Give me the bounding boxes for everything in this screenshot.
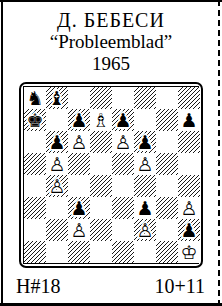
square-f8 bbox=[134, 87, 156, 109]
white-pawn-h3: ♙ bbox=[180, 197, 197, 219]
square-d6 bbox=[90, 131, 112, 153]
square-c7: ♟ bbox=[68, 109, 90, 131]
material-count-label: 10+11 bbox=[154, 275, 205, 298]
square-a3 bbox=[24, 197, 46, 219]
square-c3: ♟ bbox=[68, 197, 90, 219]
black-knight-a8: ♞ bbox=[26, 87, 43, 109]
page-border-right-dashed bbox=[218, 0, 220, 306]
square-c5 bbox=[68, 153, 90, 175]
black-pawn-e7: ♟ bbox=[114, 109, 131, 131]
square-a5 bbox=[24, 153, 46, 175]
square-f5: ♙ bbox=[134, 153, 156, 175]
square-f4 bbox=[134, 175, 156, 197]
square-c6: ♙ bbox=[68, 131, 90, 153]
square-c8 bbox=[68, 87, 90, 109]
square-d5 bbox=[90, 153, 112, 175]
square-d2 bbox=[90, 219, 112, 241]
white-pawn-c2: ♙ bbox=[70, 219, 87, 241]
black-pawn-h7: ♟ bbox=[180, 109, 197, 131]
square-e6: ♙ bbox=[112, 131, 134, 153]
square-a2 bbox=[24, 219, 46, 241]
square-e3 bbox=[112, 197, 134, 219]
square-f7 bbox=[134, 109, 156, 131]
square-b7 bbox=[46, 109, 68, 131]
square-g6 bbox=[156, 131, 178, 153]
square-g3 bbox=[156, 197, 178, 219]
square-f6: ♟ bbox=[134, 131, 156, 153]
black-king-a7: ♚ bbox=[26, 109, 43, 131]
square-e4 bbox=[112, 175, 134, 197]
square-g2 bbox=[156, 219, 178, 241]
square-h5 bbox=[178, 153, 200, 175]
black-pawn-c7: ♟ bbox=[70, 109, 87, 131]
square-b1 bbox=[46, 241, 68, 263]
square-c4 bbox=[68, 175, 90, 197]
source-publication: “Probleemblad” bbox=[0, 31, 222, 53]
problem-diagram-page: Д. БЕБЕСИ “Probleemblad” 1965 ♞♝♚♟♗♟♟♟♙♙… bbox=[0, 0, 222, 306]
square-g7 bbox=[156, 109, 178, 131]
square-h3: ♙ bbox=[178, 197, 200, 219]
square-e2 bbox=[112, 219, 134, 241]
square-d7: ♗ bbox=[90, 109, 112, 131]
white-pawn-e6: ♙ bbox=[114, 131, 131, 153]
square-h2: ♟ bbox=[178, 219, 200, 241]
square-g8 bbox=[156, 87, 178, 109]
square-d1 bbox=[90, 241, 112, 263]
square-h8 bbox=[178, 87, 200, 109]
square-a4 bbox=[24, 175, 46, 197]
square-e8 bbox=[112, 87, 134, 109]
square-h4 bbox=[178, 175, 200, 197]
white-pawn-f2: ♙ bbox=[136, 219, 153, 241]
square-g4 bbox=[156, 175, 178, 197]
publication-year: 1965 bbox=[0, 53, 222, 75]
square-h7: ♟ bbox=[178, 109, 200, 131]
square-d4 bbox=[90, 175, 112, 197]
chessboard-inner-frame: ♞♝♚♟♗♟♟♟♙♙♟♙♙♙♟♟♙♙♙♟♔ bbox=[23, 86, 199, 264]
square-c2: ♙ bbox=[68, 219, 90, 241]
page-border-top bbox=[0, 0, 222, 2]
black-pawn-b6: ♟ bbox=[48, 131, 65, 153]
square-e7: ♟ bbox=[112, 109, 134, 131]
square-a6 bbox=[24, 131, 46, 153]
square-e1 bbox=[112, 241, 134, 263]
square-e5 bbox=[112, 153, 134, 175]
chessboard-frame: ♞♝♚♟♗♟♟♟♙♙♟♙♙♙♟♟♙♙♙♟♔ bbox=[19, 82, 203, 268]
stipulation-label: H#18 bbox=[16, 275, 60, 298]
problem-caption: H#18 10+11 bbox=[0, 275, 222, 298]
white-bishop-d7: ♗ bbox=[92, 109, 109, 131]
square-f2: ♙ bbox=[134, 219, 156, 241]
black-pawn-f6: ♟ bbox=[136, 131, 153, 153]
square-b3 bbox=[46, 197, 68, 219]
white-pawn-f5: ♙ bbox=[136, 153, 153, 175]
square-b5: ♙ bbox=[46, 153, 68, 175]
white-pawn-b4: ♙ bbox=[48, 175, 65, 197]
square-b2 bbox=[46, 219, 68, 241]
page-border-left bbox=[1, 0, 3, 306]
white-pawn-b5: ♙ bbox=[48, 153, 65, 175]
black-bishop-b8: ♝ bbox=[48, 87, 65, 109]
chessboard-grid: ♞♝♚♟♗♟♟♟♙♙♟♙♙♙♟♟♙♙♙♟♔ bbox=[24, 87, 198, 263]
square-h6 bbox=[178, 131, 200, 153]
black-pawn-f3: ♟ bbox=[136, 197, 153, 219]
square-f1 bbox=[134, 241, 156, 263]
square-d8 bbox=[90, 87, 112, 109]
white-king-h1: ♔ bbox=[180, 241, 197, 263]
square-g1 bbox=[156, 241, 178, 263]
problem-header: Д. БЕБЕСИ “Probleemblad” 1965 bbox=[0, 0, 222, 75]
square-d3 bbox=[90, 197, 112, 219]
black-pawn-c3: ♟ bbox=[70, 197, 87, 219]
author-name: Д. БЕБЕСИ bbox=[0, 9, 222, 31]
square-c1 bbox=[68, 241, 90, 263]
square-b4: ♙ bbox=[46, 175, 68, 197]
square-f3: ♟ bbox=[134, 197, 156, 219]
square-g5 bbox=[156, 153, 178, 175]
square-b8: ♝ bbox=[46, 87, 68, 109]
square-b6: ♟ bbox=[46, 131, 68, 153]
square-a1 bbox=[24, 241, 46, 263]
square-h1: ♔ bbox=[178, 241, 200, 263]
square-a7: ♚ bbox=[24, 109, 46, 131]
square-a8: ♞ bbox=[24, 87, 46, 109]
black-pawn-h2: ♟ bbox=[180, 219, 197, 241]
white-pawn-c6: ♙ bbox=[70, 131, 87, 153]
